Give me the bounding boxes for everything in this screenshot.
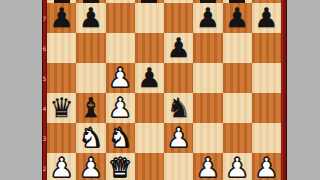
square-h7[interactable]: ♟ xyxy=(252,3,281,33)
square-g2[interactable]: ♟ xyxy=(223,153,252,180)
square-c5[interactable]: ♟ xyxy=(106,63,135,93)
chess-board: ♟♟♟♟♟♟♟♟♛♝♟♞♞♞♟♟♟♛♟♟♟ xyxy=(47,0,281,180)
square-b2[interactable]: ♟ xyxy=(76,153,105,180)
square-f3[interactable] xyxy=(193,123,222,153)
rank-label-7: 7 xyxy=(41,15,48,22)
board-frame-right xyxy=(281,0,287,180)
square-d5[interactable]: ♟ xyxy=(135,63,164,93)
square-a4[interactable]: ♛ xyxy=(47,93,76,123)
black-pawn[interactable]: ♟ xyxy=(252,3,281,33)
square-e3[interactable]: ♟ xyxy=(164,123,193,153)
square-e2[interactable] xyxy=(164,153,193,180)
white-pawn[interactable]: ♟ xyxy=(106,93,135,123)
square-a7[interactable]: ♟ xyxy=(47,3,76,33)
square-e7[interactable] xyxy=(164,3,193,33)
black-bishop[interactable]: ♝ xyxy=(76,93,105,123)
square-e4[interactable]: ♞ xyxy=(164,93,193,123)
square-b7[interactable]: ♟ xyxy=(76,3,105,33)
white-pawn[interactable]: ♟ xyxy=(47,153,76,180)
square-d3[interactable] xyxy=(135,123,164,153)
square-h5[interactable] xyxy=(252,63,281,93)
square-c4[interactable]: ♟ xyxy=(106,93,135,123)
white-queen[interactable]: ♛ xyxy=(106,153,135,180)
black-pawn[interactable]: ♟ xyxy=(223,3,252,33)
rank-label-6: 6 xyxy=(41,45,48,52)
square-b3[interactable]: ♞ xyxy=(76,123,105,153)
square-a3[interactable] xyxy=(47,123,76,153)
square-c7[interactable] xyxy=(106,3,135,33)
rank-label-5: 5 xyxy=(41,75,48,82)
black-pawn[interactable]: ♟ xyxy=(193,3,222,33)
square-f4[interactable] xyxy=(193,93,222,123)
rank-label-4: 4 xyxy=(41,105,48,112)
white-pawn[interactable]: ♟ xyxy=(164,123,193,153)
square-h2[interactable]: ♟ xyxy=(252,153,281,180)
square-e6[interactable]: ♟ xyxy=(164,33,193,63)
square-a5[interactable] xyxy=(47,63,76,93)
square-h3[interactable] xyxy=(252,123,281,153)
black-knight[interactable]: ♞ xyxy=(164,93,193,123)
square-b5[interactable] xyxy=(76,63,105,93)
white-pawn[interactable]: ♟ xyxy=(76,153,105,180)
black-pawn[interactable]: ♟ xyxy=(76,3,105,33)
square-d2[interactable] xyxy=(135,153,164,180)
white-pawn[interactable]: ♟ xyxy=(106,63,135,93)
square-c3[interactable]: ♞ xyxy=(106,123,135,153)
square-g3[interactable] xyxy=(223,123,252,153)
white-knight[interactable]: ♞ xyxy=(106,123,135,153)
square-f6[interactable] xyxy=(193,33,222,63)
square-g6[interactable] xyxy=(223,33,252,63)
white-pawn[interactable]: ♟ xyxy=(223,153,252,180)
rank-label-3: 3 xyxy=(41,135,48,142)
square-b6[interactable] xyxy=(76,33,105,63)
square-c6[interactable] xyxy=(106,33,135,63)
square-b4[interactable]: ♝ xyxy=(76,93,105,123)
square-h4[interactable] xyxy=(252,93,281,123)
square-g5[interactable] xyxy=(223,63,252,93)
white-knight[interactable]: ♞ xyxy=(76,123,105,153)
black-pawn[interactable]: ♟ xyxy=(47,3,76,33)
board-frame-left xyxy=(42,0,47,180)
square-f7[interactable]: ♟ xyxy=(193,3,222,33)
black-queen[interactable]: ♛ xyxy=(47,93,76,123)
square-e5[interactable] xyxy=(164,63,193,93)
square-g7[interactable]: ♟ xyxy=(223,3,252,33)
square-a6[interactable] xyxy=(47,33,76,63)
white-pawn[interactable]: ♟ xyxy=(252,153,281,180)
rank-label-2: 2 xyxy=(41,165,48,172)
square-f5[interactable] xyxy=(193,63,222,93)
black-pawn[interactable]: ♟ xyxy=(135,63,164,93)
square-d6[interactable] xyxy=(135,33,164,63)
square-a2[interactable]: ♟ xyxy=(47,153,76,180)
black-pawn[interactable]: ♟ xyxy=(164,33,193,63)
white-pawn[interactable]: ♟ xyxy=(193,153,222,180)
square-d4[interactable] xyxy=(135,93,164,123)
chess-app-screen: ♟♟♟♟♟♟♟♟♛♝♟♞♞♞♟♟♟♛♟♟♟ 7 6 5 4 3 2 xyxy=(0,0,320,180)
square-g4[interactable] xyxy=(223,93,252,123)
square-d7[interactable] xyxy=(135,3,164,33)
square-f2[interactable]: ♟ xyxy=(193,153,222,180)
square-c2[interactable]: ♛ xyxy=(106,153,135,180)
square-h6[interactable] xyxy=(252,33,281,63)
